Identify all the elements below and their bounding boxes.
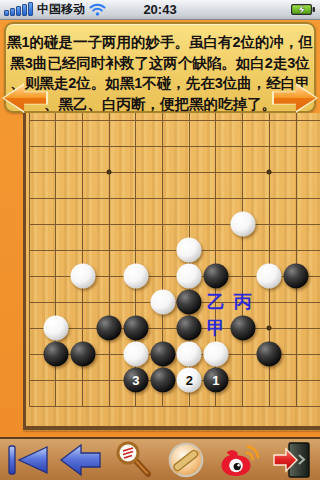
wifi-icon — [89, 3, 106, 16]
point-label-甲: 甲 — [207, 319, 225, 337]
commentary-line: 黑1的碰是一子两用的妙手。虽白有2位的冲，但 — [6, 32, 314, 53]
bottom-toolbar — [0, 437, 320, 480]
white-stone — [257, 264, 282, 289]
black-stone-move-1: 1 — [203, 368, 228, 393]
exit-button[interactable] — [269, 440, 315, 480]
star-point — [267, 326, 272, 331]
black-stone — [150, 342, 175, 367]
clock: 20:43 — [122, 2, 198, 17]
white-stone — [43, 316, 68, 341]
previous-page-arrow[interactable] — [2, 83, 48, 113]
black-stone-move-3: 3 — [123, 368, 148, 393]
white-stone — [123, 342, 148, 367]
black-stone — [177, 316, 202, 341]
black-stone — [70, 342, 95, 367]
black-stone — [203, 264, 228, 289]
battery-charging-icon — [290, 3, 316, 16]
white-stone — [177, 264, 202, 289]
white-stone-move-2: 2 — [177, 368, 202, 393]
black-stone — [97, 316, 122, 341]
black-stone — [230, 316, 255, 341]
commentary-panel: 黑1的碰是一子两用的妙手。虽白有2位的冲，但 黑3曲已经同时补救了这两个缺陷。如… — [4, 22, 316, 113]
app-screen: 中国移动 20:43 黑1的碰是一子两用的妙手。虽白有2位的冲，但 黑3曲已经同… — [0, 0, 320, 480]
black-stone — [150, 368, 175, 393]
commentary-line: 黑3曲已经同时补救了这两个缺陷。如白2走3位 — [6, 53, 314, 74]
white-stone — [70, 264, 95, 289]
white-stone — [123, 264, 148, 289]
black-stone — [177, 290, 202, 315]
signal-bars-icon — [4, 4, 33, 16]
skip-to-start-icon — [6, 442, 50, 478]
star-point — [267, 170, 272, 175]
carrier-label: 中国移动 — [37, 1, 85, 18]
board-bottom-edge — [23, 426, 320, 430]
black-stone — [123, 316, 148, 341]
hand-baton-icon — [167, 441, 205, 479]
black-stone — [284, 264, 309, 289]
commentary-line: 、黑乙、白丙断，便把黑的吃掉了。 — [6, 94, 314, 115]
star-point — [107, 170, 112, 175]
point-label-丙: 丙 — [234, 293, 252, 311]
black-stone — [43, 342, 68, 367]
back-button[interactable] — [58, 440, 104, 480]
exit-door-icon — [272, 441, 312, 479]
weibo-share-button[interactable] — [216, 440, 262, 480]
magnifier-icon — [115, 441, 153, 479]
black-stone — [257, 342, 282, 367]
go-board[interactable]: 321乙丙甲 — [23, 113, 320, 431]
white-stone — [203, 342, 228, 367]
weibo-icon — [219, 440, 259, 480]
magnifier-button[interactable] — [111, 440, 157, 480]
hint-button[interactable] — [163, 440, 209, 480]
white-stone — [230, 212, 255, 237]
go-to-start-button[interactable] — [5, 440, 51, 480]
commentary-line: 、则黑走2位。如黑1不碰，先在3位曲，经白甲 — [6, 73, 314, 94]
next-page-arrow[interactable] — [272, 83, 318, 113]
white-stone — [150, 290, 175, 315]
white-stone — [177, 238, 202, 263]
back-arrow-icon — [59, 442, 103, 478]
status-bar: 中国移动 20:43 — [0, 0, 320, 20]
point-label-乙: 乙 — [207, 293, 225, 311]
board-left-edge — [23, 113, 26, 429]
white-stone — [177, 342, 202, 367]
